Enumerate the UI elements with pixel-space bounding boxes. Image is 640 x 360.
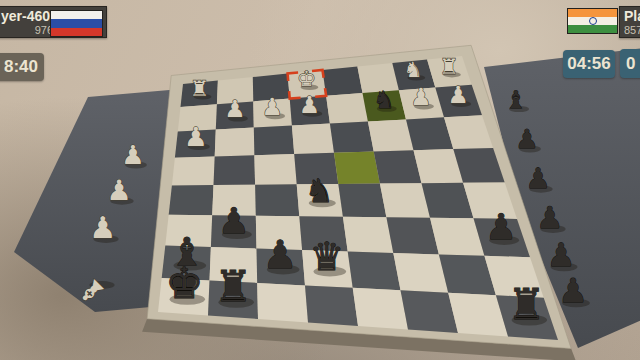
square-f5[interactable] (380, 183, 430, 218)
captured-black-pawn[interactable]: ♟ (547, 236, 576, 274)
chess-3d-scene: ♜♞♚♜♟♟♞♝♟♟♟♟♟♟♟♟♞♟♟♟♟♝♟♟♛♝♚♜♟♜ (0, 0, 640, 360)
white-king-d1[interactable]: ♚ (297, 66, 316, 91)
player-right-rating: 857 (624, 24, 640, 36)
black-rook-h8[interactable]: ♜ (507, 280, 545, 329)
white-pawn-a3[interactable]: ♟ (184, 122, 208, 152)
captured-white-pawn[interactable]: ♟ (90, 210, 117, 245)
black-king-a8[interactable]: ♚ (165, 259, 203, 308)
captured-white-pawn[interactable]: ♟ (106, 174, 131, 207)
chess-app-screen: ♜♞♚♜♟♟♞♝♟♟♟♟♟♟♟♟♞♟♟♟♟♝♟♟♛♝♚♜♟♜ yer-460 9… (0, 0, 640, 360)
captured-black-pawn[interactable]: ♟ (537, 200, 564, 235)
player-right-name: Pla (624, 9, 640, 24)
clock-right-time: 04:56 (567, 54, 610, 74)
captured-black-pawn[interactable]: ♟ (558, 271, 588, 310)
square-b4[interactable] (214, 155, 256, 185)
white-knight-g1[interactable]: ♞ (404, 57, 423, 82)
square-f7[interactable] (393, 253, 448, 293)
square-e6[interactable] (343, 217, 393, 253)
player-left-rating: 976 (1, 24, 53, 36)
clock-left: 8:40 (0, 53, 44, 81)
black-queen-d7[interactable]: ♛ (309, 234, 344, 279)
white-pawn-g2[interactable]: ♟ (410, 83, 431, 111)
white-rook-a1[interactable]: ♜ (190, 76, 209, 101)
square-c4[interactable] (254, 154, 296, 185)
square-e2[interactable] (326, 93, 368, 123)
black-rook-b8[interactable]: ♜ (214, 262, 252, 311)
clock-right: 04:56 (563, 50, 615, 78)
clock-right-secondary: 0 (620, 49, 640, 78)
black-pawn-c7[interactable]: ♟ (263, 232, 298, 277)
ashoka-chakra-icon (589, 17, 597, 25)
square-d3[interactable] (292, 123, 334, 154)
square-b3[interactable] (215, 128, 255, 157)
square-d8[interactable] (305, 285, 358, 326)
square-e5[interactable] (338, 184, 386, 218)
square-e7[interactable] (348, 251, 401, 290)
black-pawn-b6[interactable]: ♟ (218, 200, 250, 241)
white-pawn-b2[interactable]: ♟ (224, 95, 245, 123)
square-e3[interactable] (330, 121, 374, 152)
square-a4[interactable] (172, 157, 215, 186)
square-a5[interactable] (169, 185, 214, 215)
india-flag-icon (567, 8, 618, 34)
square-e4[interactable] (334, 152, 380, 184)
square-e8[interactable] (353, 288, 408, 330)
square-c8[interactable] (257, 283, 308, 323)
captured-black-bishop[interactable]: ♝ (505, 86, 527, 114)
square-f4[interactable] (374, 150, 422, 183)
clock-right-secondary-time: 0 (626, 54, 635, 74)
black-pawn-h6[interactable]: ♟ (485, 206, 517, 247)
captured-white-pawn[interactable]: ♟ (121, 140, 144, 170)
white-pawn-h2[interactable]: ♟ (448, 81, 469, 109)
black-knight-d5[interactable]: ♞ (305, 172, 334, 210)
white-pawn-d2[interactable]: ♟ (299, 91, 320, 119)
russia-flag-icon (50, 10, 103, 37)
player-left-name: yer-460 (1, 9, 53, 24)
square-f6[interactable] (386, 217, 439, 254)
player-panel-left: yer-460 976 (0, 6, 107, 38)
square-e1[interactable] (323, 67, 363, 96)
square-f3[interactable] (368, 119, 414, 151)
square-c5[interactable] (255, 184, 299, 216)
white-pawn-c2[interactable]: ♟ (262, 93, 283, 121)
captured-black-pawn[interactable]: ♟ (515, 124, 538, 154)
square-c3[interactable] (254, 126, 294, 156)
player-panel-right: Pla 857 (619, 6, 640, 38)
clock-left-time: 8:40 (4, 57, 38, 77)
black-knight-f2[interactable]: ♞ (373, 86, 394, 114)
captured-black-pawn[interactable]: ♟ (525, 162, 550, 195)
white-rook-h1[interactable]: ♜ (439, 54, 458, 79)
